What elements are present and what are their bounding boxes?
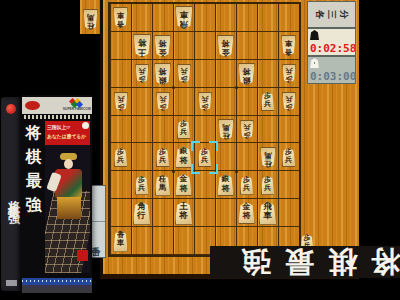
shogi-piece-角行-sente[interactable]: 角行 xyxy=(133,202,151,225)
shogi-piece-金将-gote[interactable]: 金将 xyxy=(154,35,171,57)
shogi-piece-歩兵-sente[interactable]: 歩兵 xyxy=(177,120,191,139)
maker-logo-icon xyxy=(25,101,40,110)
timer-panel: 各三分 0:02:58 0:03:00 xyxy=(307,1,356,84)
samurai-illustration xyxy=(49,151,87,261)
box-title: 将棋最強 xyxy=(23,123,44,216)
screen: 香車飛車王将金将金将香車歩兵銀将歩兵銀将歩兵歩兵歩兵歩兵歩兵歩兵歩兵桂馬歩兵歩兵… xyxy=(0,0,400,300)
super-famicom-logo-icon xyxy=(70,99,86,107)
catch-copy-banner: 三段以上!? あなたは勝てるか xyxy=(45,121,90,145)
banner-line2: あなたは勝てるか xyxy=(47,133,86,140)
box-spine: 将棋最強 xyxy=(1,97,22,291)
time-control-label: 各三分 xyxy=(307,1,356,28)
box-front: SUPER FAMICOM 将棋最強 三段以上!? あなたは勝てるか xyxy=(22,95,92,293)
shogi-piece-王将-sente[interactable]: 王将 xyxy=(175,202,193,225)
black-time: 0:02:58 xyxy=(310,43,354,54)
shogi-piece-銀将-sente[interactable]: 銀将 xyxy=(175,146,192,168)
star-point xyxy=(172,86,175,89)
captured-piece-gote[interactable]: 桂馬 xyxy=(83,9,98,30)
shogi-piece-歩兵-sente[interactable]: 歩兵 xyxy=(261,92,275,111)
shogi-piece-金将-sente[interactable]: 金将 xyxy=(238,202,255,224)
shogi-piece-歩兵-sente[interactable]: 歩兵 xyxy=(198,148,212,167)
game-box-art: 将棋最強 SUPER FAMICOM 将棋最強 三段以上!? あなたは勝てるか xyxy=(0,95,93,293)
star-point xyxy=(172,170,175,173)
shogi-piece-歩兵-sente[interactable]: 歩兵 xyxy=(282,148,296,167)
banner-line1: 三段以上!? xyxy=(47,124,70,131)
shogi-piece-歩兵-sente[interactable]: 歩兵 xyxy=(114,148,128,167)
shogi-piece-歩兵-sente[interactable]: 歩兵 xyxy=(156,148,170,167)
white-clock: 0:03:00 xyxy=(307,56,356,84)
shogi-piece-歩兵-sente[interactable]: 歩兵 xyxy=(135,176,149,195)
star-point xyxy=(235,86,238,89)
box-top-band: SUPER FAMICOM xyxy=(22,97,92,114)
banner-badge-icon xyxy=(82,122,89,129)
shogi-piece-歩兵-sente[interactable]: 歩兵 xyxy=(261,176,275,195)
game-logo-text: 将棋最強 xyxy=(210,246,400,278)
star-point xyxy=(235,170,238,173)
red-seal-icon xyxy=(77,250,88,261)
shogi-piece-金将-gote[interactable]: 金将 xyxy=(217,35,234,57)
shogi-piece-歩兵-sente[interactable]: 歩兵 xyxy=(240,176,254,195)
shogi-piece-銀将-gote[interactable]: 銀将 xyxy=(238,63,255,85)
shogi-piece-飛車-sente[interactable]: 飛車 xyxy=(259,202,277,225)
black-piece-icon xyxy=(310,30,319,40)
box-bottom-strip xyxy=(22,278,92,285)
shogi-piece-金将-sente[interactable]: 金将 xyxy=(175,174,192,196)
white-time: 0:03:00 xyxy=(310,71,354,82)
black-clock: 0:02:58 xyxy=(307,28,356,56)
spine-tag xyxy=(6,280,17,286)
shogi-piece-桂馬-sente[interactable]: 桂馬 xyxy=(155,175,171,196)
shogi-piece-香車-sente[interactable]: 香車 xyxy=(113,231,128,252)
box-illustration: 三段以上!? あなたは勝てるか xyxy=(45,121,90,273)
box-fine-print xyxy=(24,115,90,119)
publisher-logo-icon xyxy=(6,104,16,114)
shogi-piece-銀将-gote[interactable]: 銀将 xyxy=(154,63,171,85)
white-piece-icon xyxy=(310,58,319,68)
platform-text: SUPER FAMICOM xyxy=(63,107,91,110)
spine-title: 将棋最強 xyxy=(1,123,22,273)
box-base xyxy=(22,285,92,293)
shogi-piece-銀将-sente[interactable]: 銀将 xyxy=(217,174,234,196)
game-logo: 将棋最強 xyxy=(210,246,400,278)
